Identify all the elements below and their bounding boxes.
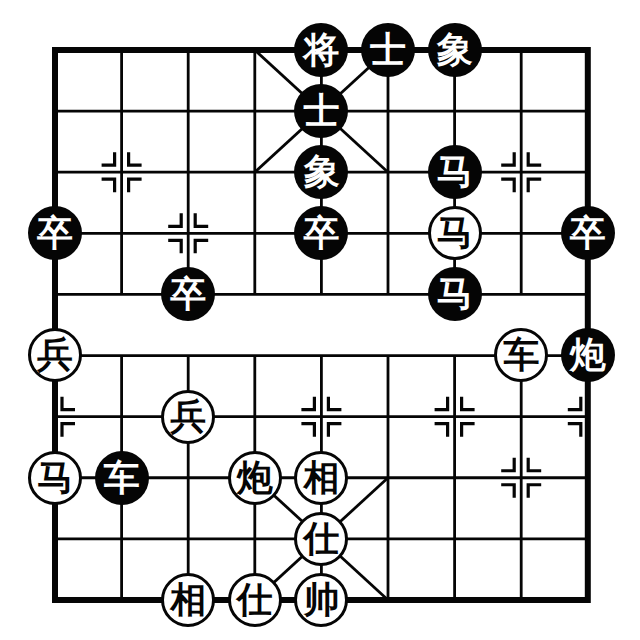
red-pawn-piece[interactable]: 兵 bbox=[28, 328, 82, 382]
red-elephant-piece[interactable]: 相 bbox=[294, 451, 348, 505]
red-advisor-piece[interactable]: 仕 bbox=[294, 512, 348, 566]
red-cannon-piece[interactable]: 炮 bbox=[228, 451, 282, 505]
black-advisor-piece[interactable]: 士 bbox=[294, 84, 348, 138]
red-general-piece[interactable]: 帅 bbox=[294, 573, 348, 627]
black-general-piece[interactable]: 将 bbox=[294, 23, 348, 77]
xiangqi-diagram: 将士象士象马卒卒马卒卒马兵车炮兵马车炮相仕相仕帅 bbox=[0, 0, 640, 640]
black-pawn-piece[interactable]: 卒 bbox=[561, 206, 615, 260]
black-horse-piece[interactable]: 马 bbox=[428, 267, 482, 321]
black-advisor-piece[interactable]: 士 bbox=[361, 23, 415, 77]
black-chariot-piece[interactable]: 车 bbox=[95, 451, 149, 505]
black-pawn-piece[interactable]: 卒 bbox=[161, 267, 215, 321]
black-elephant-piece[interactable]: 象 bbox=[428, 23, 482, 77]
black-pawn-piece[interactable]: 卒 bbox=[28, 206, 82, 260]
red-chariot-piece[interactable]: 车 bbox=[494, 328, 548, 382]
black-elephant-piece[interactable]: 象 bbox=[294, 145, 348, 199]
black-cannon-piece[interactable]: 炮 bbox=[561, 328, 615, 382]
red-elephant-piece[interactable]: 相 bbox=[161, 573, 215, 627]
red-advisor-piece[interactable]: 仕 bbox=[228, 573, 282, 627]
red-horse-piece[interactable]: 马 bbox=[28, 451, 82, 505]
red-horse-piece[interactable]: 马 bbox=[428, 206, 482, 260]
xiangqi-board: 将士象士象马卒卒马卒卒马兵车炮兵马车炮相仕相仕帅 bbox=[22, 19, 621, 630]
black-pawn-piece[interactable]: 卒 bbox=[294, 206, 348, 260]
black-horse-piece[interactable]: 马 bbox=[428, 145, 482, 199]
red-pawn-piece[interactable]: 兵 bbox=[161, 390, 215, 444]
